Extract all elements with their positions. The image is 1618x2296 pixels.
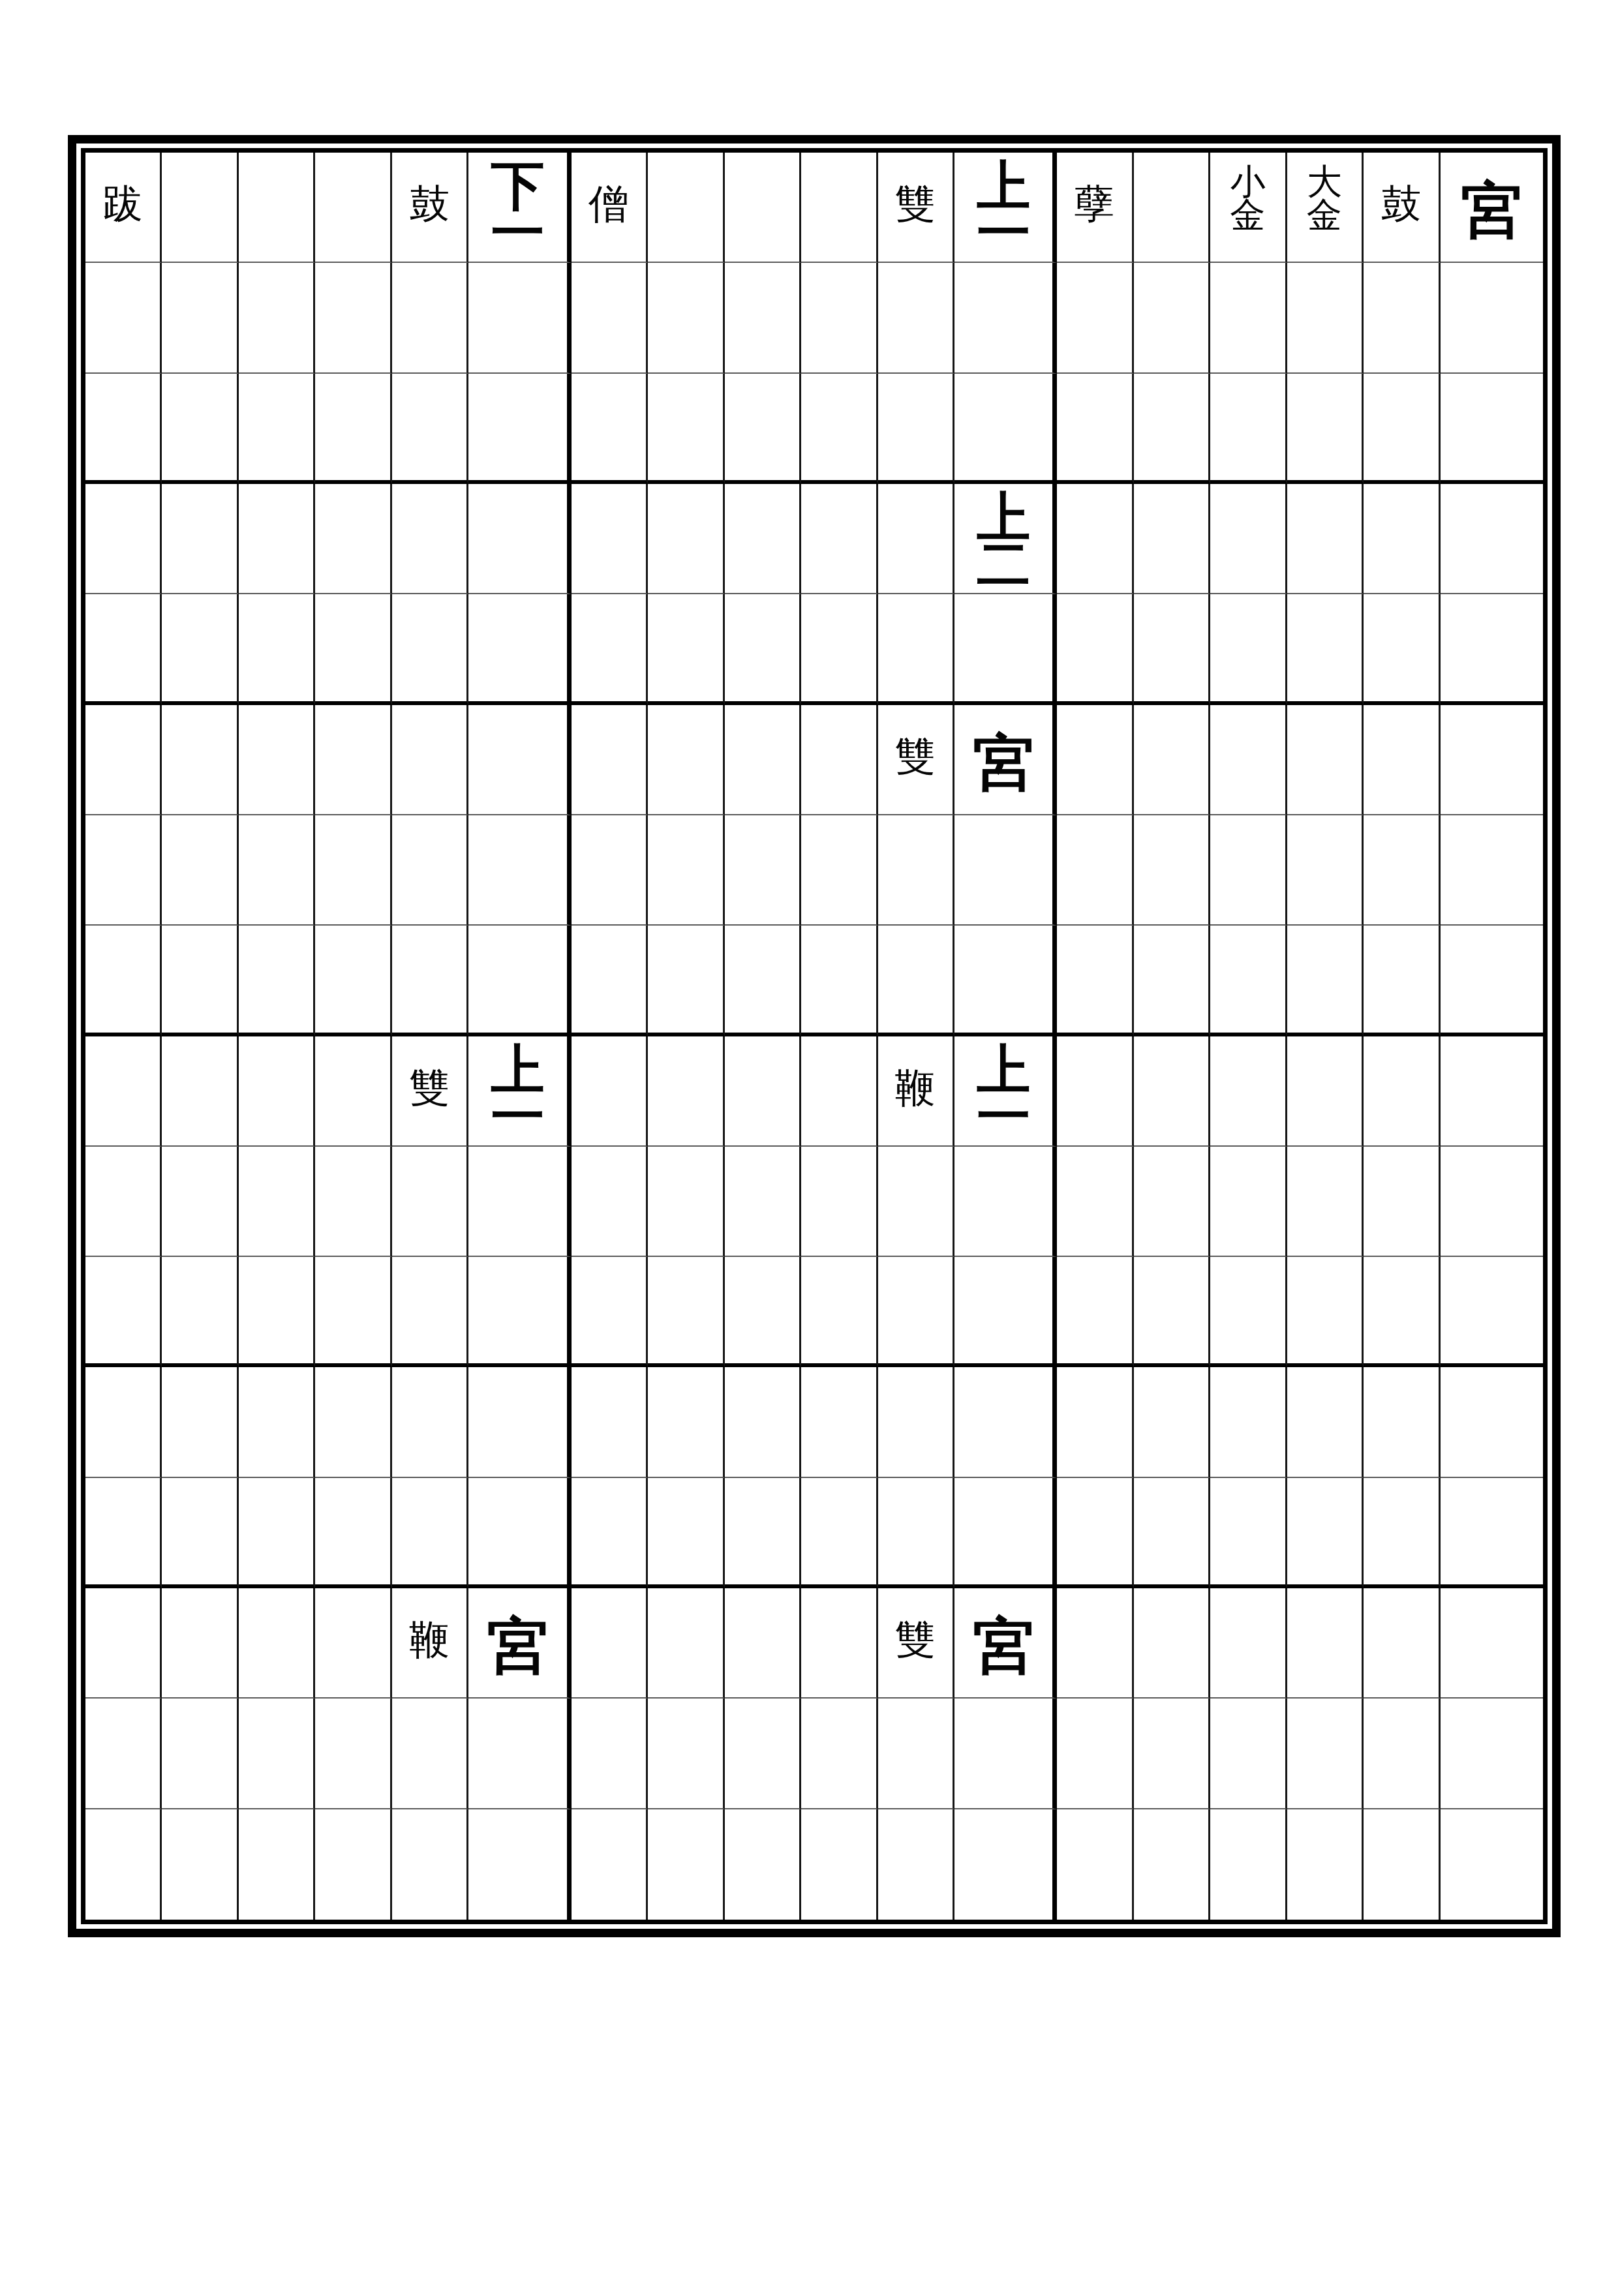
jeonggan-cell: 雙	[878, 705, 954, 815]
jeonggan-cell	[572, 1588, 648, 1699]
jeonggan-cell	[725, 705, 801, 815]
jeonggan-cell	[85, 926, 162, 1036]
jeonggan-cell	[315, 1699, 391, 1809]
jeonggan-cell	[1210, 926, 1287, 1036]
jeonggan-cell	[162, 153, 238, 263]
jeonggan-cell	[1210, 1809, 1287, 1920]
jeonggan-cell	[1287, 594, 1364, 704]
jeonggan-cell	[85, 1478, 162, 1588]
jeonggan-cell	[1441, 815, 1543, 926]
notation-ha-il: 下一	[488, 163, 548, 257]
jeonggan-cell	[572, 1367, 648, 1477]
jeonggan-cell	[1441, 1699, 1543, 1809]
jeonggan-cell	[725, 263, 801, 373]
jeonggan-cell	[1364, 1699, 1440, 1809]
jeonggan-cell	[85, 263, 162, 373]
jeonggan-cell	[468, 926, 571, 1036]
jeonggan-cell	[162, 484, 238, 594]
jeonggan-cell	[1057, 926, 1133, 1036]
jeonggan-cell	[572, 484, 648, 594]
jeonggan-cell	[239, 1588, 315, 1699]
jeonggan-cell	[162, 1809, 238, 1920]
jeonggan-cell	[392, 926, 468, 1036]
jeonggan-cell	[1287, 815, 1364, 926]
jeonggan-cell	[1134, 1036, 1210, 1147]
notation-gung: 宮	[483, 1616, 552, 1677]
jeonggan-cell	[954, 1478, 1057, 1588]
jeonggan-cell	[878, 1257, 954, 1367]
jeonggan-cell	[1441, 1478, 1543, 1588]
jeonggan-cell	[468, 705, 571, 815]
jeonggan-cell	[1364, 1147, 1440, 1257]
notation-gung: 宮	[969, 733, 1038, 794]
jeonggan-cell	[468, 594, 571, 704]
notation-ssang: 雙	[893, 184, 938, 224]
jeonggan-cell	[1134, 1478, 1210, 1588]
jeonggan-cell	[1441, 374, 1543, 484]
jeonggan-cell	[468, 1478, 571, 1588]
jeonggan-cell	[1441, 1588, 1543, 1699]
jeonggan-cell	[239, 1257, 315, 1367]
jeonggan-cell: 下一	[468, 153, 571, 263]
jeonggan-cell	[392, 594, 468, 704]
jeonggan-cell	[1287, 1809, 1364, 1920]
jeonggan-cell	[878, 926, 954, 1036]
jeonggan-cell	[1134, 1257, 1210, 1367]
jeonggan-cell	[801, 1809, 878, 1920]
jeonggan-cell	[1134, 263, 1210, 373]
notation-sang-i: 上二	[973, 494, 1033, 588]
notation-seung: 僧	[586, 184, 631, 224]
jeonggan-cell	[1210, 705, 1287, 815]
jeonggan-cell	[239, 1367, 315, 1477]
jeonggan-cell	[85, 1257, 162, 1367]
jeonggan-cell	[648, 815, 724, 926]
jeonggan-cell	[468, 1699, 571, 1809]
jeonggan-cell	[85, 1699, 162, 1809]
jeonggan-cell	[1364, 705, 1440, 815]
jeonggan-cell	[801, 594, 878, 704]
jeonggan-cell	[162, 1257, 238, 1367]
jeonggan-cell	[878, 1147, 954, 1257]
jeonggan-cell	[878, 1699, 954, 1809]
jeonggan-cell	[1210, 1367, 1287, 1477]
jeonggan-cell	[1364, 374, 1440, 484]
jeonggan-cell	[801, 153, 878, 263]
jeonggan-cell	[1364, 1809, 1440, 1920]
jeonggan-cell	[801, 484, 878, 594]
jeonggan-cell	[954, 926, 1057, 1036]
jeonggan-cell: 跋	[85, 153, 162, 263]
jeonggan-cell	[801, 1147, 878, 1257]
jeonggan-cell	[162, 263, 238, 373]
jeonggan-cell	[1057, 484, 1133, 594]
jeonggan-cell: 宮	[954, 705, 1057, 815]
jeonggan-cell	[648, 1036, 724, 1147]
jeonggan-cell	[1364, 1036, 1440, 1147]
jeonggan-cell	[1057, 374, 1133, 484]
score-border-inner: 跋鼓下一僧雙上一孽小金大金鼓宮上二雙宮雙上一鞭上一鞭宮雙宮	[81, 148, 1548, 1924]
jeonggan-cell: 鞭	[392, 1588, 468, 1699]
jeonggan-cell	[648, 926, 724, 1036]
jeonggan-cell	[1441, 263, 1543, 373]
jeonggan-cell	[85, 815, 162, 926]
jeonggan-grid: 跋鼓下一僧雙上一孽小金大金鼓宮上二雙宮雙上一鞭上一鞭宮雙宮	[85, 153, 1543, 1920]
jeonggan-cell: 上二	[954, 484, 1057, 594]
jeonggan-cell	[1441, 1257, 1543, 1367]
jeonggan-cell	[648, 263, 724, 373]
jeonggan-cell	[1134, 1809, 1210, 1920]
notation-sang-il: 上一	[973, 1047, 1033, 1141]
score-border-outer: 跋鼓下一僧雙上一孽小金大金鼓宮上二雙宮雙上一鞭上一鞭宮雙宮	[68, 135, 1561, 1937]
jeonggan-cell	[954, 1147, 1057, 1257]
notation-go-drum: 鼓	[406, 184, 451, 224]
jeonggan-cell	[1441, 926, 1543, 1036]
jeonggan-cell	[878, 594, 954, 704]
jeonggan-cell	[1441, 1809, 1543, 1920]
jeonggan-cell	[1134, 1699, 1210, 1809]
jeonggan-cell	[572, 1809, 648, 1920]
jeonggan-cell	[1287, 374, 1364, 484]
jeonggan-cell	[1441, 705, 1543, 815]
jeonggan-cell	[1364, 1367, 1440, 1477]
jeonggan-cell	[392, 1147, 468, 1257]
jeonggan-cell	[1134, 153, 1210, 263]
jeonggan-cell	[801, 926, 878, 1036]
jeonggan-cell	[315, 153, 391, 263]
jeonggan-cell	[162, 926, 238, 1036]
notation-sang-il: 上一	[488, 1047, 548, 1141]
jeonggan-cell	[315, 1257, 391, 1367]
jeonggan-cell	[85, 374, 162, 484]
jeonggan-cell	[1057, 705, 1133, 815]
jeonggan-cell	[239, 153, 315, 263]
jeonggan-cell	[954, 374, 1057, 484]
jeonggan-cell	[315, 1147, 391, 1257]
jeonggan-cell	[1057, 1036, 1133, 1147]
notation-sogeum-small-gong: 小金	[1228, 166, 1267, 233]
jeonggan-cell	[162, 1147, 238, 1257]
jeonggan-cell	[315, 1588, 391, 1699]
notation-pyeon: 鞭	[406, 1620, 451, 1660]
jeonggan-cell	[1210, 1036, 1287, 1147]
jeonggan-cell	[572, 594, 648, 704]
jeonggan-cell: 上一	[468, 1036, 571, 1147]
jeonggan-cell	[315, 1367, 391, 1477]
jeonggan-cell	[1057, 1257, 1133, 1367]
jeonggan-cell: 宮	[954, 1588, 1057, 1699]
jeonggan-cell	[725, 374, 801, 484]
jeonggan-cell	[648, 484, 724, 594]
jeonggan-cell	[648, 1809, 724, 1920]
jeonggan-cell	[648, 1257, 724, 1367]
jeonggan-cell	[1057, 815, 1133, 926]
jeonggan-cell	[954, 594, 1057, 704]
jeonggan-cell	[239, 815, 315, 926]
jeonggan-cell	[1210, 1478, 1287, 1588]
jeonggan-cell	[1210, 1147, 1287, 1257]
jeonggan-cell	[1210, 374, 1287, 484]
jeonggan-cell	[572, 1257, 648, 1367]
jeonggan-cell	[1364, 484, 1440, 594]
jeonggan-cell	[239, 484, 315, 594]
jeonggan-cell	[954, 263, 1057, 373]
jeonggan-cell	[725, 1036, 801, 1147]
jeonggan-cell	[1057, 1588, 1133, 1699]
jeonggan-cell	[801, 1036, 878, 1147]
jeonggan-cell	[1210, 484, 1287, 594]
jeonggan-cell	[648, 1699, 724, 1809]
jeonggan-cell	[648, 1367, 724, 1477]
jeonggan-cell	[315, 926, 391, 1036]
jeonggan-cell	[1364, 1257, 1440, 1367]
jeonggan-cell	[315, 1809, 391, 1920]
jeonggan-cell: 宮	[1441, 153, 1543, 263]
jeonggan-cell	[468, 1257, 571, 1367]
jeonggan-cell	[162, 815, 238, 926]
jeonggan-cell	[392, 1699, 468, 1809]
jeonggan-cell: 孽	[1057, 153, 1133, 263]
jeonggan-cell	[162, 1036, 238, 1147]
jeonggan-cell	[1287, 1699, 1364, 1809]
jeonggan-cell	[648, 153, 724, 263]
jeonggan-cell	[801, 1699, 878, 1809]
notation-gung: 宮	[969, 1616, 1038, 1677]
jeonggan-cell: 鼓	[392, 153, 468, 263]
jeonggan-cell	[801, 1588, 878, 1699]
jeonggan-cell	[1134, 1588, 1210, 1699]
jeonggan-cell	[801, 705, 878, 815]
jeonggan-cell	[392, 1257, 468, 1367]
jeonggan-cell	[239, 374, 315, 484]
jeonggan-cell	[1134, 1367, 1210, 1477]
jeonggan-cell	[725, 1367, 801, 1477]
jeonggan-cell	[1134, 926, 1210, 1036]
jeonggan-cell	[162, 374, 238, 484]
jeonggan-cell	[1441, 1147, 1543, 1257]
jeonggan-cell	[648, 594, 724, 704]
jeonggan-cell	[1287, 1367, 1364, 1477]
jeonggan-cell	[1210, 594, 1287, 704]
jeonggan-cell	[1364, 926, 1440, 1036]
jeonggan-cell	[1287, 263, 1364, 373]
jeonggan-cell	[1287, 484, 1364, 594]
jeonggan-cell	[162, 1367, 238, 1477]
jeonggan-cell	[725, 926, 801, 1036]
jeonggan-cell: 雙	[878, 153, 954, 263]
jeonggan-cell: 上一	[954, 1036, 1057, 1147]
jeonggan-cell	[572, 926, 648, 1036]
jeonggan-cell	[1364, 594, 1440, 704]
jeonggan-cell	[315, 374, 391, 484]
jeonggan-cell	[1057, 1147, 1133, 1257]
jeonggan-cell	[239, 926, 315, 1036]
notation-eol: 孽	[1072, 184, 1117, 224]
jeonggan-cell	[572, 1036, 648, 1147]
jeonggan-cell	[1287, 1257, 1364, 1367]
jeonggan-cell	[239, 1809, 315, 1920]
jeonggan-cell	[801, 263, 878, 373]
jeonggan-cell	[162, 1699, 238, 1809]
jeonggan-cell	[801, 374, 878, 484]
jeonggan-cell	[85, 1588, 162, 1699]
jeonggan-cell	[392, 263, 468, 373]
jeonggan-cell	[801, 815, 878, 926]
jeonggan-cell	[648, 374, 724, 484]
jeonggan-cell	[1210, 1588, 1287, 1699]
jeonggan-cell	[162, 1588, 238, 1699]
jeonggan-cell	[878, 263, 954, 373]
notation-ssang: 雙	[893, 1620, 938, 1660]
jeonggan-cell	[878, 815, 954, 926]
jeonggan-cell	[468, 263, 571, 373]
jeonggan-cell	[1441, 1367, 1543, 1477]
jeonggan-cell	[648, 1588, 724, 1699]
jeonggan-cell	[572, 815, 648, 926]
jeonggan-cell	[1287, 705, 1364, 815]
notation-daegeum-large-gong: 大金	[1305, 166, 1344, 233]
jeonggan-cell	[1057, 594, 1133, 704]
jeonggan-cell	[801, 1478, 878, 1588]
jeonggan-cell	[239, 594, 315, 704]
jeonggan-cell	[239, 263, 315, 373]
jeonggan-cell	[572, 263, 648, 373]
jeonggan-cell: 上一	[954, 153, 1057, 263]
jeonggan-cell	[878, 1367, 954, 1477]
jeonggan-cell	[392, 1367, 468, 1477]
jeonggan-cell	[85, 484, 162, 594]
jeonggan-cell	[1057, 1809, 1133, 1920]
jeonggan-cell	[392, 484, 468, 594]
jeonggan-cell	[1364, 1478, 1440, 1588]
jeonggan-cell	[1287, 1588, 1364, 1699]
jeonggan-cell	[315, 594, 391, 704]
jeonggan-cell	[801, 1367, 878, 1477]
jeonggan-cell	[1134, 374, 1210, 484]
jeonggan-cell	[954, 815, 1057, 926]
jeonggan-cell: 雙	[392, 1036, 468, 1147]
jeonggan-cell	[1210, 815, 1287, 926]
jeonggan-cell: 鼓	[1364, 153, 1440, 263]
jeonggan-cell: 僧	[572, 153, 648, 263]
jeonggan-cell	[1287, 1147, 1364, 1257]
jeonggan-cell	[315, 1036, 391, 1147]
notation-sang-il: 上一	[973, 163, 1033, 257]
jeonggan-cell	[572, 374, 648, 484]
jeonggan-cell	[878, 484, 954, 594]
jeonggan-cell	[85, 594, 162, 704]
jeonggan-cell	[572, 1478, 648, 1588]
jeonggan-cell	[468, 1147, 571, 1257]
jeonggan-cell	[725, 1588, 801, 1699]
jeonggan-cell	[392, 374, 468, 484]
jeonggan-cell	[648, 705, 724, 815]
jeonggan-cell: 小金	[1210, 153, 1287, 263]
jeonggan-cell	[801, 1257, 878, 1367]
jeonggan-cell	[392, 815, 468, 926]
jeonggan-cell	[954, 1809, 1057, 1920]
jeonggan-cell	[1441, 484, 1543, 594]
jeonggan-cell	[1441, 594, 1543, 704]
notation-gung: 宮	[1458, 180, 1526, 241]
jeonggan-cell	[1210, 1699, 1287, 1809]
jeonggan-cell	[162, 594, 238, 704]
jeonggan-cell	[315, 815, 391, 926]
jeonggan-cell	[878, 1478, 954, 1588]
jeonggan-cell	[1210, 263, 1287, 373]
jeonggan-cell: 大金	[1287, 153, 1364, 263]
jeonggan-cell	[1134, 484, 1210, 594]
notation-ssang: 雙	[406, 1068, 451, 1108]
notation-pyeon: 鞭	[893, 1068, 938, 1108]
jeonggan-cell	[85, 1036, 162, 1147]
jeonggan-cell	[1210, 1257, 1287, 1367]
jeonggan-cell	[85, 705, 162, 815]
jeonggan-cell	[239, 705, 315, 815]
jeonggan-cell	[315, 263, 391, 373]
jeonggan-cell	[725, 1478, 801, 1588]
jeonggan-cell	[239, 1036, 315, 1147]
jeonggan-cell	[85, 1147, 162, 1257]
jeonggan-cell	[468, 815, 571, 926]
jeonggan-cell	[1287, 926, 1364, 1036]
jeonggan-cell	[315, 484, 391, 594]
jeonggan-cell	[878, 1809, 954, 1920]
jeonggan-cell	[239, 1147, 315, 1257]
jeonggan-cell	[725, 1809, 801, 1920]
notation-bal: 跋	[100, 184, 145, 224]
jeonggan-cell	[572, 1699, 648, 1809]
jeonggan-cell	[725, 484, 801, 594]
jeonggan-cell	[468, 1809, 571, 1920]
jeonggan-cell	[392, 1478, 468, 1588]
jeonggan-cell	[954, 1257, 1057, 1367]
jeonggan-cell	[468, 1367, 571, 1477]
jeonggan-cell	[1057, 1478, 1133, 1588]
jeonggan-cell	[725, 1699, 801, 1809]
jeonggan-cell	[725, 153, 801, 263]
jeonggan-cell	[572, 705, 648, 815]
jeonggan-cell	[878, 374, 954, 484]
jeonggan-cell	[725, 594, 801, 704]
jeonggan-cell: 雙	[878, 1588, 954, 1699]
jeonggan-cell	[1057, 263, 1133, 373]
jeonggan-cell	[1134, 815, 1210, 926]
jeonggan-cell	[392, 705, 468, 815]
jeonggan-cell	[468, 374, 571, 484]
jeonggan-cell	[315, 1478, 391, 1588]
jeonggan-cell	[1134, 594, 1210, 704]
jeonggan-cell	[315, 705, 391, 815]
jeonggan-cell	[1441, 1036, 1543, 1147]
jeonggan-cell: 宮	[468, 1588, 571, 1699]
jeonggan-cell: 鞭	[878, 1036, 954, 1147]
jeonggan-cell	[85, 1809, 162, 1920]
jeonggan-cell	[162, 705, 238, 815]
jeonggan-cell	[1287, 1478, 1364, 1588]
jeonggan-cell	[1057, 1699, 1133, 1809]
jeonggan-cell	[392, 1809, 468, 1920]
jeonggan-cell	[1364, 263, 1440, 373]
notation-ssang: 雙	[893, 736, 938, 777]
jeonggan-cell	[239, 1699, 315, 1809]
jeonggan-cell	[725, 1257, 801, 1367]
jeonggan-cell	[725, 815, 801, 926]
jeonggan-cell	[1287, 1036, 1364, 1147]
jeonggan-cell	[1364, 1588, 1440, 1699]
jeonggan-cell	[648, 1478, 724, 1588]
jeonggan-cell	[239, 1478, 315, 1588]
